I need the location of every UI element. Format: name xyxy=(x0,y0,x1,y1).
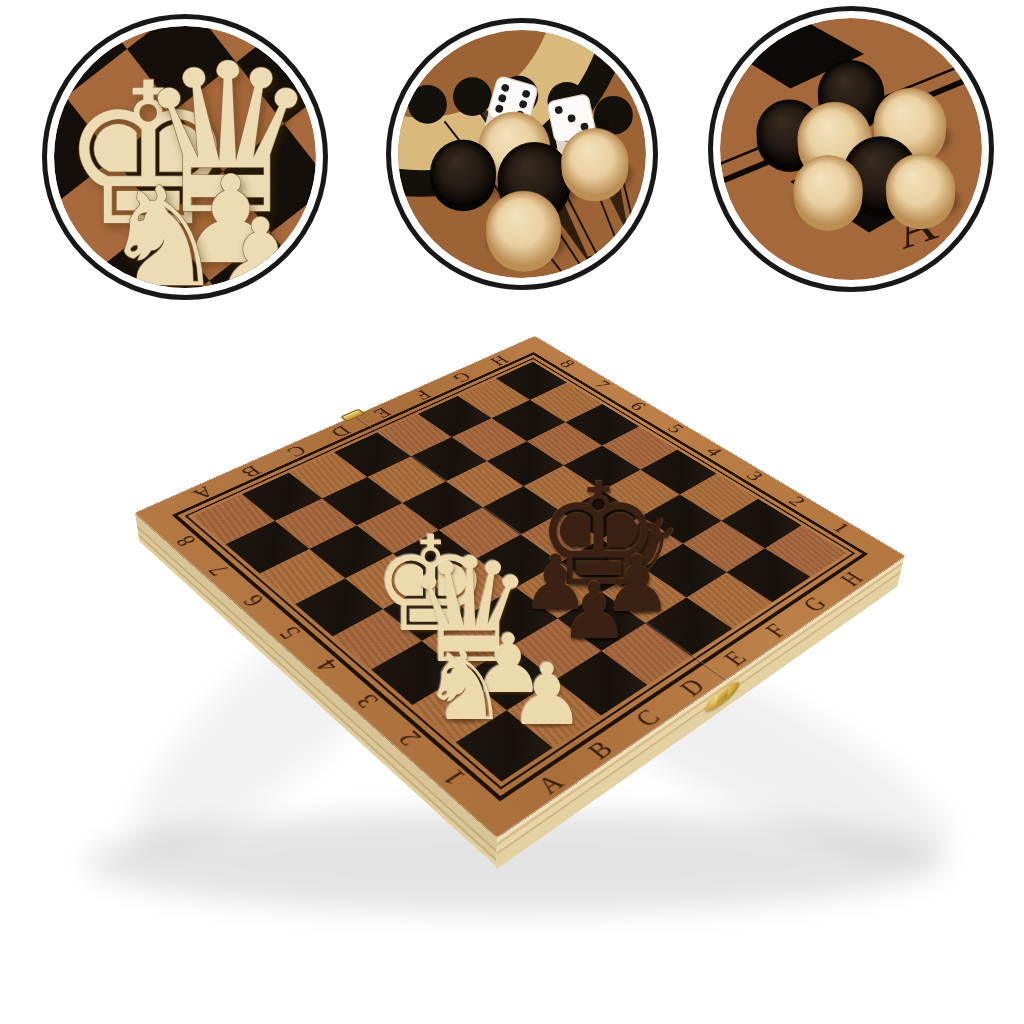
rank-label-left-4: 4 xyxy=(312,656,343,676)
square-d1 xyxy=(601,624,691,686)
rank-label-right-2: 2 xyxy=(785,494,809,509)
border-frame-inner xyxy=(185,358,856,790)
rank-label-left-1: 1 xyxy=(437,766,470,790)
square-d4 xyxy=(476,535,560,588)
square-a2 xyxy=(413,675,507,742)
square-b2 xyxy=(463,646,555,710)
square-d3 xyxy=(516,563,601,619)
square-c3 xyxy=(470,588,558,646)
rank-label-left-2: 2 xyxy=(393,728,425,750)
rank-label-left-7: 7 xyxy=(204,562,234,579)
border-frame-outer xyxy=(172,352,868,801)
rank-label-right-8: 8 xyxy=(556,358,579,370)
square-a7 xyxy=(226,521,310,574)
rank-label-left-8: 8 xyxy=(171,533,200,549)
square-c5 xyxy=(393,530,477,583)
square-c1 xyxy=(555,651,647,716)
square-e1 xyxy=(645,597,733,656)
square-b3 xyxy=(422,614,512,675)
square-a4 xyxy=(332,609,422,670)
square-c4 xyxy=(430,558,515,614)
square-a3 xyxy=(371,641,463,705)
rank-label-left-5: 5 xyxy=(274,623,305,642)
rank-label-right-5: 5 xyxy=(663,422,687,435)
square-b1 xyxy=(507,680,601,748)
rank-label-right-6: 6 xyxy=(626,400,649,412)
square-a5 xyxy=(295,578,383,636)
board-wrap: AA88BB77CC66DD55EE44FF33GG22HH11 xyxy=(0,0,1024,1024)
rank-label-left-6: 6 xyxy=(238,592,268,610)
rank-label-right-3: 3 xyxy=(743,469,767,483)
board-border: AA88BB77CC66DD55EE44FF33GG22HH11 xyxy=(135,336,905,837)
square-e2 xyxy=(601,568,686,624)
chess-board: AA88BB77CC66DD55EE44FF33GG22HH11 xyxy=(135,336,905,837)
rank-label-right-4: 4 xyxy=(702,445,726,459)
square-f1 xyxy=(687,572,772,628)
square-c2 xyxy=(512,619,602,680)
square-e3 xyxy=(560,539,644,592)
rank-label-right-1: 1 xyxy=(829,520,854,536)
rank-label-left-3: 3 xyxy=(351,691,383,712)
square-f2 xyxy=(643,544,727,598)
square-b6 xyxy=(309,525,393,578)
rank-label-right-7: 7 xyxy=(590,379,613,391)
square-b5 xyxy=(345,554,430,609)
square-b4 xyxy=(383,583,471,641)
square-a6 xyxy=(259,549,344,604)
square-a1 xyxy=(456,710,553,781)
main-board-scene: AA88BB77CC66DD55EE44FF33GG22HH11 ♚♛♞♟♟♚♟… xyxy=(0,0,1024,1024)
board-squares xyxy=(193,362,847,782)
square-d2 xyxy=(558,593,646,652)
square-g1 xyxy=(727,548,811,602)
